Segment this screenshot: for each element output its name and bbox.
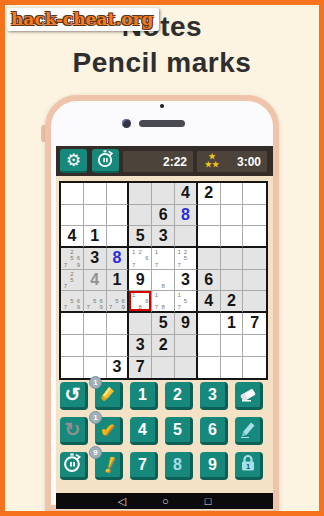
cell-r6c7[interactable]: 4 xyxy=(198,291,221,313)
cell-r4c2[interactable]: 3 xyxy=(84,248,107,270)
lock-button[interactable]: 1 xyxy=(235,452,263,480)
cell-r9c9[interactable] xyxy=(243,357,266,379)
cell-r1c7[interactable]: 2 xyxy=(198,183,221,205)
cell-r5c5[interactable]: 8 xyxy=(152,270,175,292)
check-badge: 1 xyxy=(89,411,102,424)
cell-r3c3[interactable] xyxy=(107,226,130,248)
cell-r5c6[interactable]: 3 xyxy=(175,270,198,292)
cell-digit: 5 xyxy=(159,314,168,332)
cell-r3c6[interactable] xyxy=(175,226,198,248)
pause-timer-button[interactable] xyxy=(92,149,119,173)
cell-digit: 6 xyxy=(204,271,213,289)
cell-r4c1[interactable]: 25679 xyxy=(61,248,84,270)
cell-r8c9[interactable] xyxy=(243,335,266,357)
home-icon[interactable]: ○ xyxy=(162,495,169,507)
cell-r5c3[interactable]: 1 xyxy=(107,270,130,292)
gear-icon: ⚙ xyxy=(66,150,81,171)
cell-digit: 4 xyxy=(90,271,99,289)
cell-r9c7[interactable] xyxy=(198,357,221,379)
cell-digit: 3 xyxy=(113,358,122,376)
digit-9-button[interactable]: 9 xyxy=(200,452,228,480)
target-time-panel: ★ ★★ 3:00 xyxy=(197,151,267,172)
cell-digit: 5 xyxy=(136,227,145,245)
pencil-marks: 8 xyxy=(153,271,173,290)
pencil-icon xyxy=(238,418,258,442)
cell-r6c1[interactable]: 5679 xyxy=(61,291,84,313)
cell-r5c9[interactable] xyxy=(243,270,266,292)
cell-r3c1[interactable]: 4 xyxy=(61,226,84,248)
cell-digit: 9 xyxy=(181,314,190,332)
cell-r7c9[interactable]: 7 xyxy=(243,313,266,335)
eraser-icon xyxy=(238,383,258,407)
cell-r2c4[interactable] xyxy=(129,205,152,227)
cell-r2c7[interactable] xyxy=(198,205,221,227)
cell-r3c8[interactable] xyxy=(221,226,244,248)
lock-icon: 1 xyxy=(238,453,258,477)
cell-r7c1[interactable] xyxy=(61,313,84,335)
cell-r7c4[interactable] xyxy=(129,313,152,335)
page: Notes Pencil marks hack-cheat.org ⚙ xyxy=(0,0,324,516)
front-camera-icon xyxy=(122,119,131,128)
cell-r6c9[interactable] xyxy=(243,291,266,313)
pencil-badge: 1 xyxy=(89,376,102,389)
android-navbar: ◁ ○ □ xyxy=(56,493,273,509)
pencil-marks: 5679 xyxy=(108,292,127,310)
cell-r4c7[interactable] xyxy=(198,248,221,270)
cell-digit: 3 xyxy=(181,271,190,289)
stopwatch-icon xyxy=(96,149,115,172)
cell-r9c4[interactable]: 7 xyxy=(129,357,152,379)
cell-r4c9[interactable] xyxy=(243,248,266,270)
cell-r8c1[interactable] xyxy=(61,335,84,357)
digit-8-button[interactable]: 8 xyxy=(165,452,193,480)
cell-r3c7[interactable] xyxy=(198,226,221,248)
cell-r1c2[interactable] xyxy=(84,183,107,205)
cell-r5c1[interactable]: 257 xyxy=(61,270,84,292)
cell-r2c2[interactable] xyxy=(84,205,107,227)
pencil-marks: 157 xyxy=(176,292,195,310)
cell-r6c4[interactable]: 168 xyxy=(129,291,152,313)
cell-r8c2[interactable] xyxy=(84,335,107,357)
cell-digit: 8 xyxy=(113,249,122,267)
digit-7-button[interactable]: 7 xyxy=(130,452,158,480)
undo-icon: ↺ xyxy=(65,385,81,404)
undo-button[interactable]: ↺ xyxy=(60,382,88,410)
earpiece-speaker xyxy=(139,120,185,127)
back-icon[interactable]: ◁ xyxy=(118,495,126,508)
cell-r7c3[interactable] xyxy=(107,313,130,335)
app-screen: ⚙ 2:22 xyxy=(56,146,273,510)
cell-digit: 1 xyxy=(90,227,99,245)
cell-r6c3[interactable]: 5679 xyxy=(107,291,130,313)
cell-r1c3[interactable] xyxy=(107,183,130,205)
page-title-line2: Pencil marks xyxy=(5,47,319,79)
pencil-marks: 1267 xyxy=(130,249,150,268)
cell-r1c4[interactable] xyxy=(129,183,152,205)
cell-r7c7[interactable] xyxy=(198,313,221,335)
cell-r9c1[interactable] xyxy=(61,357,84,379)
pencil-marks: 25679 xyxy=(62,249,82,268)
cell-digit: 2 xyxy=(159,336,168,354)
cell-digit: 2 xyxy=(204,184,213,202)
pencil-marks: 168 xyxy=(130,292,150,310)
cell-digit: 3 xyxy=(136,336,145,354)
digit-6-button[interactable]: 6 xyxy=(200,417,228,445)
cell-r6c6[interactable]: 157 xyxy=(175,291,198,313)
pencil-marks: 178 xyxy=(153,292,173,310)
cell-digit: 4 xyxy=(204,292,213,310)
cell-r3c2[interactable]: 1 xyxy=(84,226,107,248)
elapsed-time: 2:22 xyxy=(163,155,187,169)
keypad: ↺ 1 1 2 3 xyxy=(60,382,263,480)
cell-digit: 9 xyxy=(136,271,145,289)
check-button[interactable]: 1 ✔ xyxy=(95,417,123,445)
hint-stopwatch-button[interactable] xyxy=(60,452,88,480)
cell-r3c9[interactable] xyxy=(243,226,266,248)
digit-4-button[interactable]: 4 xyxy=(130,417,158,445)
redo-icon: ↻ xyxy=(65,420,81,439)
cell-r8c8[interactable] xyxy=(221,335,244,357)
sudoku-board: 4268415325679381267171257257419836567956… xyxy=(59,181,268,380)
cell-r6c5[interactable]: 178 xyxy=(152,291,175,313)
check-icon: ✔ xyxy=(100,419,115,441)
pencil-marks-button[interactable]: 1 xyxy=(95,382,123,410)
cell-r9c2[interactable] xyxy=(84,357,107,379)
redo-button[interactable]: ↻ xyxy=(60,417,88,445)
toolbar: ⚙ 2:22 xyxy=(56,146,273,176)
cell-r4c3[interactable]: 8 xyxy=(107,248,130,270)
target-time: 3:00 xyxy=(237,155,261,169)
cell-r1c1[interactable] xyxy=(61,183,84,205)
cell-digit: 4 xyxy=(67,227,76,245)
cell-r8c6[interactable] xyxy=(175,335,198,357)
cell-r7c6[interactable]: 9 xyxy=(175,313,198,335)
cell-r6c8[interactable]: 2 xyxy=(221,291,244,313)
mistakes-button[interactable]: 9 ! xyxy=(95,452,123,480)
sensor-dot xyxy=(160,104,164,108)
cell-r8c7[interactable] xyxy=(198,335,221,357)
pencil-marks: 257 xyxy=(62,271,82,290)
pencil-marks: 5679 xyxy=(62,292,82,310)
cell-r9c5[interactable] xyxy=(152,357,175,379)
watermark: hack-cheat.org xyxy=(7,8,159,31)
cell-digit: 7 xyxy=(250,314,259,332)
cell-r2c9[interactable] xyxy=(243,205,266,227)
cell-r2c5[interactable]: 6 xyxy=(152,205,175,227)
cell-r5c7[interactable]: 6 xyxy=(198,270,221,292)
cell-r8c4[interactable]: 3 xyxy=(129,335,152,357)
cell-digit: 7 xyxy=(136,358,145,376)
cell-r9c8[interactable] xyxy=(221,357,244,379)
stars-icon: ★ ★★ xyxy=(202,153,222,169)
pencil-marks: 5679 xyxy=(85,292,105,310)
cell-r2c3[interactable] xyxy=(107,205,130,227)
notes-pencil-button[interactable] xyxy=(235,417,263,445)
cell-r1c8[interactable] xyxy=(221,183,244,205)
cell-r8c5[interactable]: 2 xyxy=(152,335,175,357)
cell-r9c3[interactable]: 3 xyxy=(107,357,130,379)
eraser-button[interactable] xyxy=(235,382,263,410)
cell-r5c4[interactable]: 9 xyxy=(129,270,152,292)
pencil-marks: 17 xyxy=(153,249,173,268)
cell-r4c6[interactable]: 1257 xyxy=(175,248,198,270)
settings-button[interactable]: ⚙ xyxy=(60,149,87,173)
pencil-marks: 1257 xyxy=(176,249,195,268)
cell-digit: 3 xyxy=(159,227,168,245)
cell-r9c6[interactable] xyxy=(175,357,198,379)
cell-r3c4[interactable]: 5 xyxy=(129,226,152,248)
recents-icon[interactable]: □ xyxy=(205,495,212,507)
cell-digit: 1 xyxy=(113,271,122,289)
cell-r8c3[interactable] xyxy=(107,335,130,357)
stopwatch-icon xyxy=(62,452,83,477)
cell-r5c8[interactable] xyxy=(221,270,244,292)
digit-2-button[interactable]: 2 xyxy=(165,382,193,410)
cell-digit: 6 xyxy=(159,206,168,224)
digit-3-button[interactable]: 3 xyxy=(200,382,228,410)
cell-r1c5[interactable] xyxy=(152,183,175,205)
cell-r5c2[interactable]: 4 xyxy=(84,270,107,292)
phone-mockup: ⚙ 2:22 xyxy=(45,95,279,511)
cell-r7c5[interactable]: 5 xyxy=(152,313,175,335)
cell-digit: 2 xyxy=(227,292,236,310)
cell-r1c9[interactable] xyxy=(243,183,266,205)
cell-digit: 3 xyxy=(90,249,99,267)
digit-1-button[interactable]: 1 xyxy=(130,382,158,410)
svg-text:1: 1 xyxy=(245,461,249,470)
digit-5-button[interactable]: 5 xyxy=(165,417,193,445)
cell-r7c2[interactable] xyxy=(84,313,107,335)
cell-r2c6[interactable]: 8 xyxy=(175,205,198,227)
cell-r1c6[interactable]: 4 xyxy=(175,183,198,205)
cell-r4c5[interactable]: 17 xyxy=(152,248,175,270)
cell-r2c1[interactable] xyxy=(61,205,84,227)
cell-digit: 8 xyxy=(181,206,190,224)
cell-r4c4[interactable]: 1267 xyxy=(129,248,152,270)
cell-r4c8[interactable] xyxy=(221,248,244,270)
cell-r6c2[interactable]: 5679 xyxy=(84,291,107,313)
cell-digit: 1 xyxy=(227,314,236,332)
cell-r3c5[interactable]: 3 xyxy=(152,226,175,248)
cell-r7c8[interactable]: 1 xyxy=(221,313,244,335)
exclamation-icon: ! xyxy=(102,452,114,478)
elapsed-time-panel: 2:22 xyxy=(123,151,193,172)
cell-r2c8[interactable] xyxy=(221,205,244,227)
cell-digit: 4 xyxy=(181,184,190,202)
mistakes-badge: 9 xyxy=(89,446,102,459)
